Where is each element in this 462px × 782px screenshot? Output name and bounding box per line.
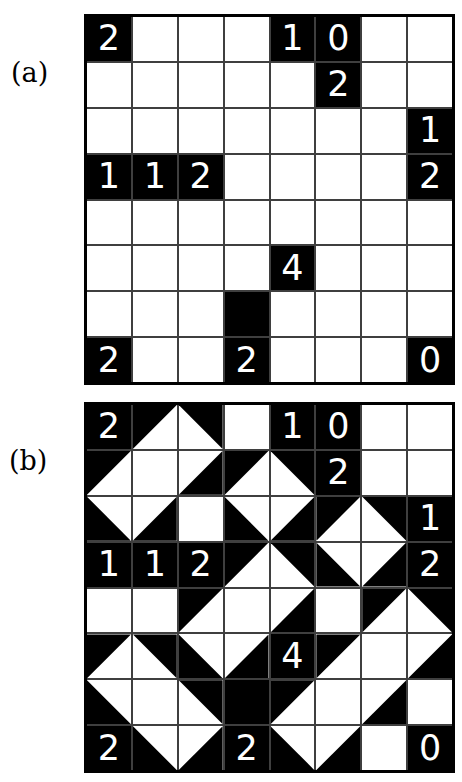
solution-clue-r1c5: 1 <box>271 405 315 449</box>
puzzle-cell-r6c6 <box>316 246 360 290</box>
solution-cell-r5c3 <box>179 589 223 633</box>
puzzle-clue-r6c5: 4 <box>271 246 315 290</box>
puzzle-clue-r8c4: 2 <box>225 338 269 382</box>
solution-cell-r2c2 <box>133 451 177 495</box>
solution-cell-r2c4 <box>225 451 269 495</box>
solution-cell-r5c7 <box>362 589 406 633</box>
puzzle-cell-r3c3 <box>179 109 223 153</box>
solution-cell-r1c7 <box>362 405 406 449</box>
puzzle-cell-r4c6 <box>316 155 360 199</box>
puzzle-cell-r1c6: 0 <box>316 17 360 61</box>
solution-clue-r4c1: 1 <box>87 543 131 587</box>
black-triangle-ur-icon <box>133 634 177 678</box>
puzzle-cell-r5c6 <box>316 201 360 245</box>
puzzle-cell-r7c2 <box>133 292 177 336</box>
black-triangle-ur-icon <box>271 543 315 587</box>
black-triangle-lr-icon <box>179 726 223 770</box>
solution-cell-r7c5 <box>271 680 315 724</box>
solution-cell-r1c8 <box>408 405 452 449</box>
puzzle-cell-r2c7 <box>362 63 406 107</box>
puzzle-cell-r2c2 <box>133 63 177 107</box>
puzzle-cell-r6c4 <box>225 246 269 290</box>
puzzle-clue-r3c8: 1 <box>408 109 452 153</box>
black-triangle-ul-icon <box>133 405 177 449</box>
solution-clue-r1c1: 2 <box>87 405 131 449</box>
solution-cell-r5c4 <box>225 589 269 633</box>
black-triangle-ur-icon <box>271 451 315 495</box>
solution-cell-r8c5 <box>271 726 315 770</box>
black-triangle-lr-icon <box>362 543 406 587</box>
solution-cell-r5c8 <box>408 589 452 633</box>
black-triangle-lr-icon <box>316 726 360 770</box>
solution-cell-r3c7 <box>362 497 406 541</box>
puzzle-cell-r1c7 <box>362 17 406 61</box>
solution-cell-r8c8: 0 <box>408 726 452 770</box>
black-triangle-ul-icon <box>271 680 315 724</box>
solution-cell-r5c6 <box>316 589 360 633</box>
black-triangle-ul-icon <box>179 589 223 633</box>
puzzle-cell-r5c8 <box>408 201 452 245</box>
figure-label-a: (a) <box>11 57 48 88</box>
puzzle-cell-r1c4 <box>225 17 269 61</box>
puzzle-cell-r7c1 <box>87 292 131 336</box>
black-triangle-ul-icon <box>316 634 360 678</box>
puzzle-cell-r7c3 <box>179 292 223 336</box>
puzzle-cell-r5c4 <box>225 201 269 245</box>
puzzle-cell-r8c1: 2 <box>87 338 131 382</box>
puzzle-cell-r8c3 <box>179 338 223 382</box>
solution-cell-r3c5 <box>271 497 315 541</box>
puzzle-cell-r6c8 <box>408 246 452 290</box>
solution-cell-r6c3 <box>179 634 223 678</box>
puzzle-cell-r3c6 <box>316 109 360 153</box>
solution-clue-r1c6: 0 <box>316 405 360 449</box>
solution-clue-r8c4: 2 <box>225 726 269 770</box>
solution-cell-r1c2 <box>133 405 177 449</box>
puzzle-cell-r3c4 <box>225 109 269 153</box>
solution-cell-r4c4 <box>225 543 269 587</box>
solution-clue-r2c6: 2 <box>316 451 360 495</box>
puzzle-cell-r4c2: 1 <box>133 155 177 199</box>
solution-cell-r7c8 <box>408 680 452 724</box>
puzzle-cell-r4c8: 2 <box>408 155 452 199</box>
puzzle-clue-r8c8: 0 <box>408 338 452 382</box>
solution-cell-r4c5 <box>271 543 315 587</box>
puzzle-clue-r1c6: 0 <box>316 17 360 61</box>
solution-cell-r8c7 <box>362 726 406 770</box>
solution-cell-r1c1: 2 <box>87 405 131 449</box>
black-triangle-ll-icon <box>179 634 223 678</box>
solution-cell-r6c7 <box>362 634 406 678</box>
puzzle-cell-r1c5: 1 <box>271 17 315 61</box>
black-triangle-ul-icon <box>225 451 269 495</box>
solution-cell-r1c5: 1 <box>271 405 315 449</box>
solution-cell-r2c6: 2 <box>316 451 360 495</box>
puzzle-cell-r1c1: 2 <box>87 17 131 61</box>
puzzle-cell-r8c2 <box>133 338 177 382</box>
solution-cell-r2c1 <box>87 451 131 495</box>
puzzle-cell-r2c8 <box>408 63 452 107</box>
solution-cell-r7c7 <box>362 680 406 724</box>
solution-cell-r6c5: 4 <box>271 634 315 678</box>
puzzle-cell-r1c2 <box>133 17 177 61</box>
solution-cell-r4c8: 2 <box>408 543 452 587</box>
solution-cell-r8c3 <box>179 726 223 770</box>
solution-cell-r8c2 <box>133 726 177 770</box>
puzzle-cell-r7c5 <box>271 292 315 336</box>
puzzle-cell-r2c3 <box>179 63 223 107</box>
shakashaka-puzzle-board: 2102111224220 <box>84 14 455 385</box>
puzzle-cell-r6c2 <box>133 246 177 290</box>
puzzle-cell-r8c7 <box>362 338 406 382</box>
solution-cell-r8c1: 2 <box>87 726 131 770</box>
black-triangle-ul-icon <box>362 589 406 633</box>
puzzle-clue-r1c1: 2 <box>87 17 131 61</box>
solution-clue-r8c1: 2 <box>87 726 131 770</box>
solution-cell-r6c6 <box>316 634 360 678</box>
solution-cell-r3c3 <box>179 497 223 541</box>
black-triangle-ur-icon <box>362 497 406 541</box>
solution-cell-r7c4 <box>225 680 269 724</box>
solution-cell-r6c1 <box>87 634 131 678</box>
puzzle-cell-r6c1 <box>87 246 131 290</box>
puzzle-cell-r5c5 <box>271 201 315 245</box>
puzzle-cell-r4c7 <box>362 155 406 199</box>
puzzle-cell-r3c8: 1 <box>408 109 452 153</box>
solution-cell-r3c8: 1 <box>408 497 452 541</box>
black-triangle-ul-icon <box>87 634 131 678</box>
puzzle-cell-r8c4: 2 <box>225 338 269 382</box>
puzzle-cell-r4c1: 1 <box>87 155 131 199</box>
black-triangle-ul-icon <box>87 451 131 495</box>
puzzle-cell-r5c7 <box>362 201 406 245</box>
solution-cell-r3c4 <box>225 497 269 541</box>
puzzle-clue-r4c3: 2 <box>179 155 223 199</box>
puzzle-cell-r3c1 <box>87 109 131 153</box>
black-triangle-lr-icon <box>408 634 452 678</box>
solution-cell-r4c2: 1 <box>133 543 177 587</box>
puzzle-clue-r4c8: 2 <box>408 155 452 199</box>
puzzle-cell-r2c4 <box>225 63 269 107</box>
puzzle-cell-r4c4 <box>225 155 269 199</box>
puzzle-cell-r7c7 <box>362 292 406 336</box>
puzzle-cell-r1c3 <box>179 17 223 61</box>
puzzle-cell-r4c3: 2 <box>179 155 223 199</box>
solution-cell-r3c2 <box>133 497 177 541</box>
solution-cell-r3c1 <box>87 497 131 541</box>
puzzle-clue-r8c1: 2 <box>87 338 131 382</box>
solution-clue-r4c3: 2 <box>179 543 223 587</box>
solution-cell-r8c4: 2 <box>225 726 269 770</box>
puzzle-cell-r7c6 <box>316 292 360 336</box>
solution-clue-r4c2: 1 <box>133 543 177 587</box>
puzzle-cell-r2c5 <box>271 63 315 107</box>
puzzle-cell-r6c5: 4 <box>271 246 315 290</box>
puzzle-cell-r8c8: 0 <box>408 338 452 382</box>
solution-cell-r4c1: 1 <box>87 543 131 587</box>
black-triangle-ul-icon <box>225 543 269 587</box>
puzzle-cell-r4c5 <box>271 155 315 199</box>
puzzle-cell-r5c1 <box>87 201 131 245</box>
solution-cell-r2c7 <box>362 451 406 495</box>
black-triangle-ur-icon <box>408 589 452 633</box>
solution-cell-r7c1 <box>87 680 131 724</box>
black-triangle-ll-icon <box>271 726 315 770</box>
puzzle-clue-r1c5: 1 <box>271 17 315 61</box>
solution-cell-r4c6 <box>316 543 360 587</box>
black-triangle-ul-icon <box>316 497 360 541</box>
solution-cell-r4c7 <box>362 543 406 587</box>
solution-clue-r3c8: 1 <box>408 497 452 541</box>
puzzle-cell-r5c3 <box>179 201 223 245</box>
solution-cell-r1c6: 0 <box>316 405 360 449</box>
figure-label-b: (b) <box>9 445 47 476</box>
puzzle-cell-r7c8 <box>408 292 452 336</box>
puzzle-cell-r8c5 <box>271 338 315 382</box>
black-triangle-lr-icon <box>271 589 315 633</box>
black-triangle-lr-icon <box>271 497 315 541</box>
solution-cell-r6c2 <box>133 634 177 678</box>
black-triangle-ur-icon <box>179 680 223 724</box>
black-triangle-lr-icon <box>362 680 406 724</box>
puzzle-clue-r4c2: 1 <box>133 155 177 199</box>
solution-clue-r8c8: 0 <box>408 726 452 770</box>
solution-cell-r4c3: 2 <box>179 543 223 587</box>
solution-cell-r7c2 <box>133 680 177 724</box>
solution-cell-r5c1 <box>87 589 131 633</box>
puzzle-clue-r4c1: 1 <box>87 155 131 199</box>
solution-cell-r3c6 <box>316 497 360 541</box>
solution-cell-r1c3 <box>179 405 223 449</box>
solution-cell-r8c6 <box>316 726 360 770</box>
black-triangle-ur-icon <box>179 405 223 449</box>
black-triangle-ll-icon <box>225 497 269 541</box>
black-triangle-ll-icon <box>316 543 360 587</box>
solution-cell-r5c5 <box>271 589 315 633</box>
black-triangle-lr-icon <box>225 634 269 678</box>
puzzle-cell-r2c1 <box>87 63 131 107</box>
solution-clue-r4c8: 2 <box>408 543 452 587</box>
black-triangle-ll-icon <box>87 680 131 724</box>
puzzle-cell-r6c3 <box>179 246 223 290</box>
solution-cell-r5c2 <box>133 589 177 633</box>
puzzle-cell-r6c7 <box>362 246 406 290</box>
solution-cell-r2c8 <box>408 451 452 495</box>
puzzle-cell-r1c8 <box>408 17 452 61</box>
solution-cell-r6c4 <box>225 634 269 678</box>
solution-cell-r7c3 <box>179 680 223 724</box>
puzzle-cell-r3c5 <box>271 109 315 153</box>
solution-cell-r2c3 <box>179 451 223 495</box>
puzzle-cell-r8c6 <box>316 338 360 382</box>
puzzle-cell-r3c2 <box>133 109 177 153</box>
black-triangle-lr-icon <box>133 497 177 541</box>
solution-cell-r2c5 <box>271 451 315 495</box>
shakashaka-solution-board: 2102111224220 <box>84 402 455 773</box>
puzzle-cell-r2c6: 2 <box>316 63 360 107</box>
puzzle-cell-r7c4 <box>225 292 269 336</box>
solution-clue-r6c5: 4 <box>271 634 315 678</box>
solution-cell-r1c4 <box>225 405 269 449</box>
black-triangle-ll-icon <box>133 726 177 770</box>
puzzle-cell-r3c7 <box>362 109 406 153</box>
puzzle-clue-r2c6: 2 <box>316 63 360 107</box>
puzzle-cell-r5c2 <box>133 201 177 245</box>
solution-cell-r7c6 <box>316 680 360 724</box>
black-triangle-ll-icon <box>87 497 131 541</box>
black-triangle-lr-icon <box>179 451 223 495</box>
solution-cell-r6c8 <box>408 634 452 678</box>
